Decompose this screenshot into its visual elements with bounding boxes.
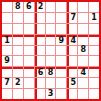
sudoku-cell-r6c5-empty[interactable] <box>46 56 56 66</box>
sudoku-cell-r6c1-given[interactable]: 9 <box>2 56 12 66</box>
sudoku-cell-r6c4-empty[interactable] <box>35 56 45 66</box>
sudoku-cell-r6c3-empty[interactable] <box>24 56 34 66</box>
sudoku-cell-r4c3-empty[interactable] <box>24 35 34 45</box>
sudoku-cell-r8c1-given[interactable]: 7 <box>2 78 12 88</box>
sudoku-cell-r9c7-empty[interactable] <box>67 89 77 99</box>
sudoku-cell-r1c5-empty[interactable] <box>46 2 56 12</box>
sudoku-cell-r7c6-empty[interactable] <box>56 67 66 77</box>
sudoku-cell-r7c7-empty[interactable] <box>67 67 77 77</box>
sudoku-cell-r5c6-empty[interactable] <box>56 46 66 56</box>
sudoku-cell-r9c8-empty[interactable] <box>78 89 88 99</box>
sudoku-cell-r3c3-empty[interactable] <box>24 24 34 34</box>
sudoku-cell-r1c1-empty[interactable] <box>2 2 12 12</box>
sudoku-cell-r7c9-empty[interactable] <box>89 67 99 77</box>
sudoku-cell-r8c3-empty[interactable] <box>24 78 34 88</box>
sudoku-cell-r3c4-empty[interactable] <box>35 24 45 34</box>
sudoku-cell-r2c4-empty[interactable] <box>35 13 45 23</box>
sudoku-board: 86271194896847253 <box>0 0 101 101</box>
sudoku-cell-r5c4-empty[interactable] <box>35 46 45 56</box>
sudoku-cell-r8c8-empty[interactable] <box>78 78 88 88</box>
sudoku-cell-r6c7-empty[interactable] <box>67 56 77 66</box>
sudoku-cell-r9c1-empty[interactable] <box>2 89 12 99</box>
sudoku-cell-r2c3-empty[interactable] <box>24 13 34 23</box>
sudoku-cell-r2c1-empty[interactable] <box>2 13 12 23</box>
sudoku-cell-r9c4-empty[interactable] <box>35 89 45 99</box>
sudoku-cell-r9c2-empty[interactable] <box>13 89 23 99</box>
sudoku-cell-r4c2-empty[interactable] <box>13 35 23 45</box>
sudoku-cell-r9c6-empty[interactable] <box>56 89 66 99</box>
sudoku-cell-r4c9-empty[interactable] <box>89 35 99 45</box>
sudoku-cell-r3c7-empty[interactable] <box>67 24 77 34</box>
sudoku-cell-r8c7-given[interactable]: 5 <box>67 78 77 88</box>
sudoku-cell-r6c6-empty[interactable] <box>56 56 66 66</box>
sudoku-cell-r7c3-empty[interactable] <box>24 67 34 77</box>
sudoku-cell-r9c5-given[interactable]: 3 <box>46 89 56 99</box>
sudoku-cell-r2c5-empty[interactable] <box>46 13 56 23</box>
sudoku-cell-r4c5-empty[interactable] <box>46 35 56 45</box>
sudoku-cell-r5c8-given[interactable]: 8 <box>78 46 88 56</box>
sudoku-cell-r1c4-given[interactable]: 2 <box>35 2 45 12</box>
sudoku-cell-r6c9-empty[interactable] <box>89 56 99 66</box>
sudoku-cell-r8c4-empty[interactable] <box>35 78 45 88</box>
sudoku-cell-r7c2-empty[interactable] <box>13 67 23 77</box>
sudoku-cell-r8c5-empty[interactable] <box>46 78 56 88</box>
sudoku-cell-r5c2-empty[interactable] <box>13 46 23 56</box>
sudoku-cell-r6c2-empty[interactable] <box>13 56 23 66</box>
sudoku-cell-r3c9-empty[interactable] <box>89 24 99 34</box>
sudoku-cell-r5c5-empty[interactable] <box>46 46 56 56</box>
sudoku-cell-r7c1-empty[interactable] <box>2 67 12 77</box>
sudoku-cell-r4c7-given[interactable]: 4 <box>67 35 77 45</box>
sudoku-cell-r4c4-empty[interactable] <box>35 35 45 45</box>
sudoku-cell-r3c6-empty[interactable] <box>56 24 66 34</box>
sudoku-cell-r8c2-given[interactable]: 2 <box>13 78 23 88</box>
sudoku-cell-r3c2-empty[interactable] <box>13 24 23 34</box>
sudoku-cell-r9c9-empty[interactable] <box>89 89 99 99</box>
sudoku-cell-r1c9-empty[interactable] <box>89 2 99 12</box>
sudoku-cell-r1c8-empty[interactable] <box>78 2 88 12</box>
sudoku-cell-r1c3-given[interactable]: 6 <box>24 2 34 12</box>
sudoku-cell-r2c8-empty[interactable] <box>78 13 88 23</box>
sudoku-cell-r6c8-empty[interactable] <box>78 56 88 66</box>
sudoku-cell-r8c9-empty[interactable] <box>89 78 99 88</box>
sudoku-cell-r5c3-empty[interactable] <box>24 46 34 56</box>
sudoku-cell-r2c2-empty[interactable] <box>13 13 23 23</box>
sudoku-cell-r2c9-given[interactable]: 1 <box>89 13 99 23</box>
sudoku-cell-r7c8-given[interactable]: 4 <box>78 67 88 77</box>
sudoku-cell-r2c6-empty[interactable] <box>56 13 66 23</box>
sudoku-cell-r5c1-empty[interactable] <box>2 46 12 56</box>
sudoku-cell-r5c9-empty[interactable] <box>89 46 99 56</box>
sudoku-cell-r3c1-empty[interactable] <box>2 24 12 34</box>
sudoku-cell-r8c6-empty[interactable] <box>56 78 66 88</box>
sudoku-cell-r4c6-given[interactable]: 9 <box>56 35 66 45</box>
sudoku-cell-r7c4-given[interactable]: 6 <box>35 67 45 77</box>
sudoku-cell-r3c8-empty[interactable] <box>78 24 88 34</box>
sudoku-cell-r1c7-empty[interactable] <box>67 2 77 12</box>
sudoku-cell-r3c5-empty[interactable] <box>46 24 56 34</box>
sudoku-cell-r1c2-given[interactable]: 8 <box>13 2 23 12</box>
sudoku-cell-r5c7-empty[interactable] <box>67 46 77 56</box>
sudoku-cell-r7c5-given[interactable]: 8 <box>46 67 56 77</box>
sudoku-cell-r4c1-given[interactable]: 1 <box>2 35 12 45</box>
sudoku-cell-r2c7-given[interactable]: 7 <box>67 13 77 23</box>
sudoku-cell-r9c3-empty[interactable] <box>24 89 34 99</box>
sudoku-cell-r1c6-empty[interactable] <box>56 2 66 12</box>
sudoku-cell-r4c8-empty[interactable] <box>78 35 88 45</box>
